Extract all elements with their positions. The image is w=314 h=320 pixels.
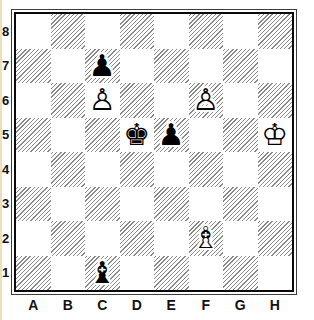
file-label-f: F	[189, 297, 224, 313]
square-h1	[258, 256, 293, 291]
square-h2	[258, 221, 293, 256]
square-d3	[120, 187, 155, 222]
square-b2	[51, 221, 86, 256]
square-b5	[51, 118, 86, 153]
chess-board: ♟♙♙♚♟♔♗♝	[16, 14, 292, 290]
square-e1	[154, 256, 189, 291]
square-h7	[258, 49, 293, 84]
square-b8	[51, 14, 86, 49]
square-g7	[223, 49, 258, 84]
square-d4	[120, 152, 155, 187]
square-g3	[223, 187, 258, 222]
square-f1	[189, 256, 224, 291]
black-pawn: ♟	[85, 49, 120, 84]
square-d6	[120, 83, 155, 118]
square-f8	[189, 14, 224, 49]
white-pawn: ♙	[189, 83, 224, 118]
square-a4	[16, 152, 51, 187]
square-e7	[154, 49, 189, 84]
square-f7	[189, 49, 224, 84]
square-h5: ♔	[258, 118, 293, 153]
black-king: ♚	[120, 118, 155, 153]
rank-label-3: 3	[0, 187, 11, 222]
rank-label-2: 2	[0, 221, 11, 256]
file-label-d: D	[120, 297, 155, 313]
square-f2: ♗	[189, 221, 224, 256]
square-a5	[16, 118, 51, 153]
square-c8	[85, 14, 120, 49]
chess-diagram: 87654321 ♟♙♙♚♟♔♗♝ ABCDEFGH	[0, 0, 314, 320]
white-bishop: ♗	[189, 221, 224, 256]
file-labels: ABCDEFGH	[16, 297, 292, 313]
square-g8	[223, 14, 258, 49]
square-h4	[258, 152, 293, 187]
square-f4	[189, 152, 224, 187]
square-h3	[258, 187, 293, 222]
square-g1	[223, 256, 258, 291]
white-pawn: ♙	[85, 83, 120, 118]
square-a1	[16, 256, 51, 291]
square-a2	[16, 221, 51, 256]
file-label-b: B	[51, 297, 86, 313]
square-c1: ♝	[85, 256, 120, 291]
square-g2	[223, 221, 258, 256]
square-c5	[85, 118, 120, 153]
square-c6: ♙	[85, 83, 120, 118]
square-c7: ♟	[85, 49, 120, 84]
square-d2	[120, 221, 155, 256]
square-e4	[154, 152, 189, 187]
square-g5	[223, 118, 258, 153]
square-h8	[258, 14, 293, 49]
square-e8	[154, 14, 189, 49]
square-a3	[16, 187, 51, 222]
file-label-h: H	[258, 297, 293, 313]
square-b1	[51, 256, 86, 291]
file-label-e: E	[154, 297, 189, 313]
square-b6	[51, 83, 86, 118]
board-frame: ♟♙♙♚♟♔♗♝	[11, 9, 297, 295]
square-c2	[85, 221, 120, 256]
white-king: ♔	[258, 118, 293, 153]
square-e6	[154, 83, 189, 118]
square-g4	[223, 152, 258, 187]
square-d5: ♚	[120, 118, 155, 153]
rank-labels: 87654321	[0, 14, 11, 290]
square-a8	[16, 14, 51, 49]
square-h6	[258, 83, 293, 118]
square-e5: ♟	[154, 118, 189, 153]
square-d1	[120, 256, 155, 291]
square-c3	[85, 187, 120, 222]
rank-label-8: 8	[0, 14, 11, 49]
square-b7	[51, 49, 86, 84]
square-a6	[16, 83, 51, 118]
file-label-c: C	[85, 297, 120, 313]
file-label-g: G	[223, 297, 258, 313]
square-f6: ♙	[189, 83, 224, 118]
rank-label-5: 5	[0, 118, 11, 153]
rank-label-6: 6	[0, 83, 11, 118]
square-d7	[120, 49, 155, 84]
square-d8	[120, 14, 155, 49]
rank-label-1: 1	[0, 256, 11, 291]
rank-label-7: 7	[0, 49, 11, 84]
square-e3	[154, 187, 189, 222]
square-e2	[154, 221, 189, 256]
square-a7	[16, 49, 51, 84]
file-label-a: A	[16, 297, 51, 313]
square-g6	[223, 83, 258, 118]
square-b4	[51, 152, 86, 187]
square-b3	[51, 187, 86, 222]
board-inner-border: ♟♙♙♚♟♔♗♝	[14, 12, 294, 292]
rank-label-4: 4	[0, 152, 11, 187]
square-f3	[189, 187, 224, 222]
black-pawn: ♟	[154, 118, 189, 153]
square-f5	[189, 118, 224, 153]
square-c4	[85, 152, 120, 187]
black-bishop: ♝	[85, 256, 120, 291]
